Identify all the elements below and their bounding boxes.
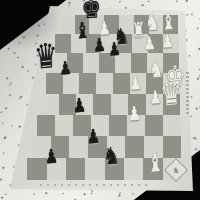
knight-emblem-icon: ♞ [169,163,184,178]
black-queen[interactable]: ♛ [34,38,59,74]
black-pawn[interactable]: ♟ [93,35,107,54]
board-square[interactable] [124,158,143,180]
black-pawn[interactable]: ♟ [59,58,73,77]
white-bishop[interactable]: ♝ [146,150,164,176]
board-square[interactable] [163,115,181,136]
board-square[interactable] [37,115,55,136]
board-square[interactable] [145,115,163,136]
black-pawn[interactable]: ♟ [108,39,122,58]
board-square[interactable] [131,53,147,73]
board-bottom-edge-marks [40,184,150,186]
board-square[interactable] [27,158,46,180]
board-square[interactable] [66,158,85,180]
white-queen[interactable]: ♛ [160,78,183,111]
board-square[interactable] [79,73,96,94]
white-pawn[interactable]: ♟ [129,73,143,92]
white-pawn[interactable]: ♟ [161,31,175,50]
board-square[interactable] [113,73,130,94]
board-square[interactable] [109,115,127,136]
chess-photo: ♚♝♟♞♜♞♝♟♟♛♟♟♟♟♞♚♟♛♟♟♟♟♞♝ ♞ [0,0,200,200]
photo-scene: ♚♝♟♞♜♞♝♟♟♛♟♟♟♟♞♚♟♛♟♟♟♟♞♝ ♞ [0,0,200,200]
black-pawn[interactable]: ♟ [86,127,100,148]
board-square[interactable] [85,158,104,180]
black-pawn[interactable]: ♟ [72,96,86,117]
board-square[interactable] [69,136,88,158]
black-bishop[interactable]: ♝ [74,19,90,42]
board-square[interactable] [125,136,144,158]
board-square[interactable] [83,53,99,73]
board-edge-text [186,72,189,114]
white-pawn[interactable]: ♟ [143,33,157,52]
board-square[interactable] [55,115,73,136]
board-square[interactable] [163,136,182,158]
board-square[interactable] [60,15,75,34]
board-square[interactable] [96,73,113,94]
black-pawn[interactable]: ♟ [44,147,58,168]
board-square[interactable] [41,94,58,115]
black-knight[interactable]: ♞ [103,144,120,169]
white-pawn[interactable]: ♟ [127,104,141,125]
board-square[interactable] [111,94,128,115]
board-square[interactable] [93,94,110,115]
